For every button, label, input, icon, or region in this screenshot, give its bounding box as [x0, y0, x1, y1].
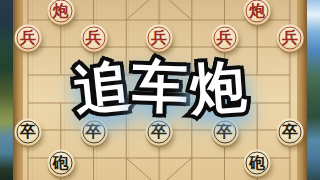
piece-character: 兵 [151, 29, 167, 45]
piece-red-soldier-f5r3[interactable]: 兵 [146, 25, 173, 52]
piece-character: 卒 [217, 123, 233, 139]
piece-red-soldier-f3r3[interactable]: 兵 [80, 25, 107, 52]
piece-black-cannon-f2r7[interactable]: 砲 [47, 150, 74, 177]
title-character: 车 [131, 58, 189, 116]
piece-character: 卒 [86, 123, 102, 139]
piece-character: 卒 [20, 123, 36, 139]
piece-black-soldier-f9r6[interactable]: 卒 [277, 119, 304, 146]
piece-black-soldier-f1r6[interactable]: 卒 [15, 119, 42, 146]
title-character: 炮 [188, 58, 248, 118]
piece-character: 卒 [151, 123, 167, 139]
title-character: 追 [71, 57, 133, 119]
piece-character: 兵 [282, 29, 298, 45]
piece-character: 卒 [282, 123, 298, 139]
title-overlay: 追车炮 [73, 60, 247, 116]
piece-character: 兵 [20, 29, 36, 45]
video-frame: 炮炮兵兵兵兵兵卒卒卒卒砲卒砲 追车炮 [0, 0, 320, 180]
piece-red-soldier-f9r3[interactable]: 兵 [277, 25, 304, 52]
piece-black-cannon-f8r7[interactable]: 砲 [244, 150, 271, 177]
piece-character: 兵 [86, 29, 102, 45]
piece-character: 砲 [53, 154, 69, 170]
piece-black-soldier-f3r6[interactable]: 卒 [80, 119, 107, 146]
piece-red-soldier-f1r3[interactable]: 兵 [15, 25, 42, 52]
piece-black-soldier-f7r6[interactable]: 卒 [211, 119, 238, 146]
piece-character: 兵 [217, 29, 233, 45]
piece-character: 炮 [249, 2, 265, 18]
piece-black-soldier-f5r6[interactable]: 卒 [146, 119, 173, 146]
piece-red-soldier-f7r3[interactable]: 兵 [211, 25, 238, 52]
piece-character: 炮 [53, 2, 69, 18]
piece-character: 砲 [249, 154, 265, 170]
